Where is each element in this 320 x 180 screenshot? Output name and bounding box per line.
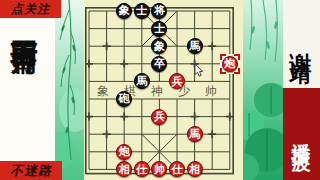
left-text-panel: 围而不打篇 xyxy=(0,0,55,180)
player-bottom-name: 潘振波 xyxy=(292,128,311,140)
thumbnail: 围而不打篇 点关注 不迷路 象棋神少帅 象士将士象馬卒炮馬兵砲兵馬炮相仕帅仕 xyxy=(0,0,320,180)
piece-glyph: 砲 xyxy=(116,91,132,107)
series-title: 围而不打篇 xyxy=(10,19,38,162)
piece-grid: 象士将士象馬卒炮馬兵砲兵馬炮相仕帅仕相 xyxy=(80,2,238,178)
piece-black-馬[interactable]: 馬 xyxy=(133,73,151,91)
piece-glyph: 兵 xyxy=(151,109,167,125)
piece-black-砲[interactable]: 砲 xyxy=(115,90,133,108)
player-top-box: 谢靖 xyxy=(283,0,320,88)
piece-black-士[interactable]: 士 xyxy=(133,2,151,20)
piece-black-象[interactable]: 象 xyxy=(115,2,133,20)
piece-black-将[interactable]: 将 xyxy=(151,2,169,20)
xiangqi-board[interactable]: 象棋神少帅 象士将士象馬卒炮馬兵砲兵馬炮相仕帅仕相 xyxy=(84,0,243,180)
piece-red-帅[interactable]: 帅 xyxy=(151,161,169,179)
piece-black-卒[interactable]: 卒 xyxy=(151,55,169,73)
piece-black-象[interactable]: 象 xyxy=(151,37,169,55)
willow-leaves-icon xyxy=(243,0,283,180)
willow-strip-right xyxy=(243,0,283,180)
piece-glyph: 仕 xyxy=(134,161,150,177)
mouse-cursor-icon xyxy=(194,64,204,78)
piece-red-兵[interactable]: 兵 xyxy=(168,73,186,91)
piece-glyph: 帅 xyxy=(151,161,167,177)
piece-glyph: 炮 xyxy=(222,56,238,72)
piece-red-相[interactable]: 相 xyxy=(186,161,204,179)
players-panel: 谢靖 潘振波 xyxy=(283,0,320,180)
piece-glyph: 卒 xyxy=(151,56,167,72)
piece-glyph: 士 xyxy=(151,21,167,37)
piece-black-馬[interactable]: 馬 xyxy=(186,37,204,55)
piece-glyph: 兵 xyxy=(169,73,185,89)
player-bottom-box: 潘振波 xyxy=(283,88,320,180)
piece-glyph: 馬 xyxy=(134,73,150,89)
piece-red-炮[interactable]: 炮 xyxy=(221,55,239,73)
piece-red-仕[interactable]: 仕 xyxy=(133,161,151,179)
piece-glyph: 仕 xyxy=(169,161,185,177)
piece-red-兵[interactable]: 兵 xyxy=(151,108,169,126)
piece-red-相[interactable]: 相 xyxy=(115,161,133,179)
piece-red-仕[interactable]: 仕 xyxy=(168,161,186,179)
piece-glyph: 士 xyxy=(134,3,150,19)
piece-glyph: 象 xyxy=(151,38,167,54)
follow-ribbon: 点关注 xyxy=(0,0,61,18)
dont-get-lost-ribbon: 不迷路 xyxy=(0,161,62,180)
piece-glyph: 馬 xyxy=(187,38,203,54)
piece-red-馬[interactable]: 馬 xyxy=(186,125,204,143)
piece-glyph: 将 xyxy=(151,3,167,19)
piece-glyph: 炮 xyxy=(116,144,132,160)
player-top-name: 谢靖 xyxy=(291,35,313,53)
piece-glyph: 相 xyxy=(187,161,203,177)
piece-glyph: 馬 xyxy=(187,126,203,142)
piece-black-士[interactable]: 士 xyxy=(151,20,169,38)
piece-glyph: 象 xyxy=(116,3,132,19)
piece-red-炮[interactable]: 炮 xyxy=(115,143,133,161)
piece-glyph: 相 xyxy=(116,161,132,177)
